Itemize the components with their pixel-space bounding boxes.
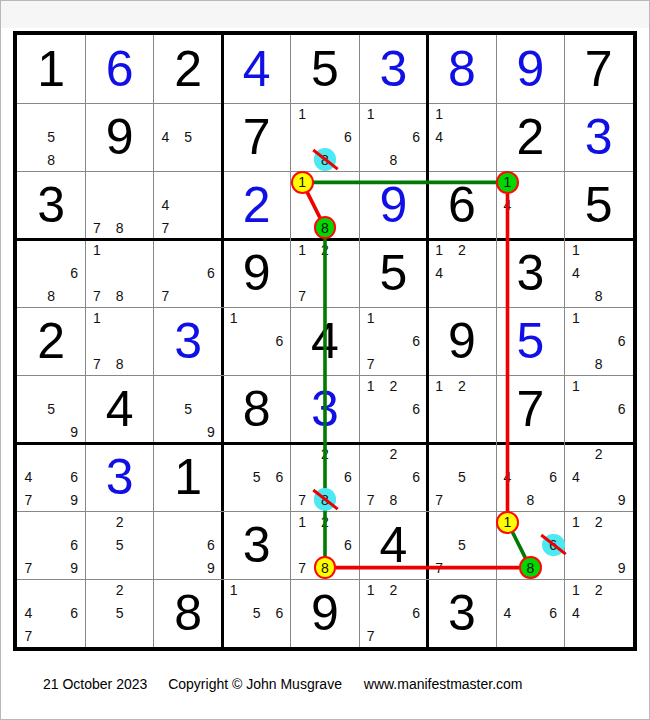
candidate-2: 2	[108, 511, 131, 534]
candidate-1: 1	[496, 511, 519, 534]
cell-r9c3[interactable]: 8	[154, 579, 222, 647]
candidate-9: 9	[63, 488, 86, 511]
given-digit: 3	[222, 511, 290, 579]
candidate-6: 6	[63, 602, 86, 625]
candidate-6: 6	[405, 602, 428, 625]
cell-r7c1[interactable]: 4679	[17, 443, 85, 511]
cell-r3c5[interactable]: 18	[291, 171, 359, 239]
solved-digit: 3	[359, 35, 427, 103]
cell-r5c6[interactable]: 167	[359, 307, 427, 375]
cell-r6c6[interactable]: 126	[359, 375, 427, 443]
candidate-7: 7	[359, 488, 382, 511]
cell-r5c3[interactable]: 3	[154, 307, 222, 375]
solved-digit: 3	[565, 103, 633, 171]
cell-r2c1[interactable]: 58	[17, 103, 85, 171]
cell-r2c2[interactable]: 9	[85, 103, 153, 171]
given-digit: 6	[428, 171, 496, 239]
candidate-7: 7	[85, 284, 108, 307]
candidate-5: 5	[177, 126, 200, 149]
cell-r2c5[interactable]: 168	[291, 103, 359, 171]
cell-r2c9[interactable]: 3	[565, 103, 633, 171]
cell-r9c1[interactable]: 467	[17, 579, 85, 647]
cell-r4c5[interactable]: 127	[291, 239, 359, 307]
cell-r1c8[interactable]: 9	[496, 35, 564, 103]
candidate-7: 7	[291, 556, 314, 579]
solved-digit: 3	[85, 443, 153, 511]
candidate-7: 7	[291, 488, 314, 511]
cell-r4c4[interactable]: 9	[222, 239, 290, 307]
given-digit: 2	[17, 307, 85, 375]
cell-r7c7[interactable]: 57	[428, 443, 496, 511]
candidate-5: 5	[245, 602, 268, 625]
candidate-6: 6	[610, 330, 633, 353]
candidate-1: 1	[359, 375, 382, 398]
cell-r4c1[interactable]: 68	[17, 239, 85, 307]
candidate-6: 6	[200, 262, 223, 285]
cell-r6c9[interactable]: 16	[565, 375, 633, 443]
cell-r9c7[interactable]: 3	[428, 579, 496, 647]
cell-r3c7[interactable]: 6	[428, 171, 496, 239]
candidate-9: 9	[63, 420, 86, 443]
candidate-2: 2	[587, 511, 610, 534]
candidate-1: 1	[565, 307, 588, 330]
given-digit: 5	[565, 171, 633, 239]
candidate-2: 2	[587, 579, 610, 602]
candidate-7: 7	[291, 284, 314, 307]
candidate-8: 8	[40, 284, 63, 307]
candidate-1: 1	[222, 579, 245, 602]
cell-r9c5[interactable]: 9	[291, 579, 359, 647]
candidate-2: 2	[314, 511, 337, 534]
candidate-5: 5	[450, 534, 473, 557]
cell-r4c6[interactable]: 5	[359, 239, 427, 307]
given-digit: 2	[496, 103, 564, 171]
candidate-8: 8	[314, 216, 337, 239]
candidate-1: 1	[565, 239, 588, 262]
cell-r8c8[interactable]: 168	[496, 511, 564, 579]
candidate-5: 5	[450, 466, 473, 489]
cell-r8c6[interactable]: 4	[359, 511, 427, 579]
solved-digit: 3	[291, 375, 359, 443]
given-digit: 4	[85, 375, 153, 443]
candidate-8: 8	[108, 216, 131, 239]
candidate-8: 8	[587, 352, 610, 375]
grid-line-v	[496, 35, 497, 647]
given-digit: 7	[565, 35, 633, 103]
candidate-1: 1	[565, 511, 588, 534]
cell-r6c4[interactable]: 8	[222, 375, 290, 443]
candidate-6: 6	[200, 534, 223, 557]
candidate-4: 4	[154, 194, 177, 217]
cell-r4c3[interactable]: 67	[154, 239, 222, 307]
cell-r5c8[interactable]: 5	[496, 307, 564, 375]
candidate-1: 1	[496, 171, 519, 194]
candidate-8: 8	[519, 488, 542, 511]
cell-r7c3[interactable]: 1	[154, 443, 222, 511]
grid-line-v	[426, 35, 429, 647]
candidate-2: 2	[450, 375, 473, 398]
footer: 21 October 2023 Copyright © John Musgrav…	[43, 676, 523, 692]
candidate-4: 4	[428, 262, 451, 285]
candidate-2: 2	[314, 239, 337, 262]
candidate-7: 7	[154, 284, 177, 307]
given-digit: 7	[496, 375, 564, 443]
cell-r2c4[interactable]: 7	[222, 103, 290, 171]
grid-line-v	[290, 35, 291, 647]
cell-r5c5[interactable]: 4	[291, 307, 359, 375]
cell-r6c8[interactable]: 7	[496, 375, 564, 443]
candidate-6: 6	[268, 466, 291, 489]
candidate-4: 4	[428, 126, 451, 149]
given-digit: 5	[359, 239, 427, 307]
given-digit: 4	[291, 307, 359, 375]
candidate-6: 6	[542, 466, 565, 489]
candidate-6: 6	[336, 126, 359, 149]
cell-r6c3[interactable]: 59	[154, 375, 222, 443]
cell-r3c2[interactable]: 78	[85, 171, 153, 239]
candidate-6: 6	[336, 466, 359, 489]
given-digit: 4	[359, 511, 427, 579]
candidate-6: 6	[610, 398, 633, 421]
cell-r4c8[interactable]: 3	[496, 239, 564, 307]
candidate-4: 4	[17, 466, 40, 489]
candidate-4: 4	[565, 466, 588, 489]
candidate-4: 4	[17, 602, 40, 625]
given-digit: 9	[85, 103, 153, 171]
candidate-7: 7	[359, 624, 382, 647]
cell-r9c2[interactable]: 25	[85, 579, 153, 647]
cell-r9c4[interactable]: 156	[222, 579, 290, 647]
cell-r7c5[interactable]: 2678	[291, 443, 359, 511]
candidate-8: 8	[314, 488, 337, 511]
candidate-2: 2	[382, 579, 405, 602]
solved-digit: 4	[222, 35, 290, 103]
cell-r1c9[interactable]: 7	[565, 35, 633, 103]
candidate-2: 2	[314, 443, 337, 466]
candidate-1: 1	[428, 375, 451, 398]
grid-line-v	[359, 35, 360, 647]
candidate-4: 4	[496, 466, 519, 489]
candidate-6: 6	[405, 330, 428, 353]
cell-r3c1[interactable]: 3	[17, 171, 85, 239]
solved-digit: 3	[154, 307, 222, 375]
candidate-7: 7	[359, 352, 382, 375]
sudoku-board: 1624538975894571681681423378472189614568…	[13, 31, 637, 651]
cell-r8c1[interactable]: 679	[17, 511, 85, 579]
cell-r2c3[interactable]: 45	[154, 103, 222, 171]
footer-website: www.manifestmaster.com	[364, 676, 523, 692]
candidate-4: 4	[154, 126, 177, 149]
candidate-5: 5	[108, 534, 131, 557]
candidate-7: 7	[17, 556, 40, 579]
cell-r7c6[interactable]: 2678	[359, 443, 427, 511]
candidate-6: 6	[336, 534, 359, 557]
candidate-4: 4	[565, 262, 588, 285]
candidate-8: 8	[382, 488, 405, 511]
given-digit: 1	[154, 443, 222, 511]
given-digit: 9	[291, 579, 359, 647]
cell-r5c7[interactable]: 9	[428, 307, 496, 375]
candidate-5: 5	[245, 466, 268, 489]
cell-r4c9[interactable]: 148	[565, 239, 633, 307]
candidate-6: 6	[405, 398, 428, 421]
candidate-1: 1	[359, 307, 382, 330]
cell-r6c5[interactable]: 3	[291, 375, 359, 443]
cell-r8c5[interactable]: 12678	[291, 511, 359, 579]
page: 1624538975894571681681423378472189614568…	[0, 0, 650, 720]
cell-r7c9[interactable]: 249	[565, 443, 633, 511]
solved-digit: 2	[222, 171, 290, 239]
candidate-7: 7	[17, 488, 40, 511]
grid-line-v	[153, 35, 154, 647]
candidate-6: 6	[268, 330, 291, 353]
candidate-7: 7	[17, 624, 40, 647]
candidate-9: 9	[610, 556, 633, 579]
cell-r2c7[interactable]: 14	[428, 103, 496, 171]
cell-r2c8[interactable]: 2	[496, 103, 564, 171]
solved-digit: 8	[428, 35, 496, 103]
candidate-2: 2	[108, 579, 131, 602]
cell-r1c4[interactable]: 4	[222, 35, 290, 103]
candidate-2: 2	[587, 443, 610, 466]
footer-copyright: Copyright © John Musgrave	[168, 676, 342, 692]
top-strip	[1, 1, 649, 28]
candidate-7: 7	[428, 556, 451, 579]
candidate-1: 1	[428, 103, 451, 126]
cell-r6c1[interactable]: 59	[17, 375, 85, 443]
candidate-9: 9	[200, 556, 223, 579]
cell-r8c3[interactable]: 69	[154, 511, 222, 579]
candidate-1: 1	[291, 511, 314, 534]
cell-r8c2[interactable]: 25	[85, 511, 153, 579]
given-digit: 7	[222, 103, 290, 171]
given-digit: 1	[17, 35, 85, 103]
cell-r5c4[interactable]: 16	[222, 307, 290, 375]
cell-r8c7[interactable]: 57	[428, 511, 496, 579]
cell-r7c4[interactable]: 56	[222, 443, 290, 511]
candidate-8: 8	[519, 556, 542, 579]
grid-line-h	[17, 442, 633, 445]
cell-r2c6[interactable]: 168	[359, 103, 427, 171]
candidate-7: 7	[85, 216, 108, 239]
given-digit: 8	[222, 375, 290, 443]
candidate-6: 6	[405, 126, 428, 149]
cell-r9c8[interactable]: 46	[496, 579, 564, 647]
cell-r5c2[interactable]: 178	[85, 307, 153, 375]
cell-r9c6[interactable]: 1267	[359, 579, 427, 647]
candidate-9: 9	[63, 556, 86, 579]
cell-r5c9[interactable]: 168	[565, 307, 633, 375]
cell-r3c6[interactable]: 9	[359, 171, 427, 239]
solved-digit: 5	[496, 307, 564, 375]
cell-r7c2[interactable]: 3	[85, 443, 153, 511]
cell-r1c7[interactable]: 8	[428, 35, 496, 103]
footer-date: 21 October 2023	[43, 676, 147, 692]
candidate-7: 7	[85, 352, 108, 375]
cell-r4c7[interactable]: 124	[428, 239, 496, 307]
grid-line-h	[17, 375, 633, 376]
cell-r1c2[interactable]: 6	[85, 35, 153, 103]
candidate-1: 1	[359, 579, 382, 602]
candidate-4: 4	[565, 602, 588, 625]
candidate-5: 5	[40, 398, 63, 421]
cell-r8c9[interactable]: 129	[565, 511, 633, 579]
candidate-1: 1	[291, 171, 314, 194]
cell-r6c2[interactable]: 4	[85, 375, 153, 443]
candidate-1: 1	[428, 239, 451, 262]
solved-digit: 9	[359, 171, 427, 239]
candidate-6: 6	[63, 262, 86, 285]
cell-r1c1[interactable]: 1	[17, 35, 85, 103]
cell-r3c9[interactable]: 5	[565, 171, 633, 239]
cell-r4c2[interactable]: 178	[85, 239, 153, 307]
grid-line-h	[17, 103, 633, 104]
cell-r5c1[interactable]: 2	[17, 307, 85, 375]
candidate-4: 4	[496, 602, 519, 625]
candidate-6: 6	[405, 466, 428, 489]
grid-line-v	[85, 35, 86, 647]
candidate-1: 1	[85, 307, 108, 330]
candidate-2: 2	[382, 375, 405, 398]
cell-r1c5[interactable]: 5	[291, 35, 359, 103]
candidate-8: 8	[314, 556, 337, 579]
solved-digit: 6	[85, 35, 153, 103]
given-digit: 2	[154, 35, 222, 103]
candidate-2: 2	[450, 239, 473, 262]
candidate-9: 9	[610, 488, 633, 511]
candidate-8: 8	[382, 148, 405, 171]
candidate-8: 8	[314, 148, 337, 171]
candidate-1: 1	[565, 579, 588, 602]
candidate-5: 5	[40, 126, 63, 149]
candidate-1: 1	[222, 307, 245, 330]
candidate-1: 1	[291, 239, 314, 262]
candidate-7: 7	[154, 216, 177, 239]
cell-r3c8[interactable]: 14	[496, 171, 564, 239]
candidate-5: 5	[177, 398, 200, 421]
candidate-8: 8	[587, 284, 610, 307]
candidate-2: 2	[382, 443, 405, 466]
candidate-1: 1	[85, 239, 108, 262]
grid-line-v	[221, 35, 224, 647]
candidate-6: 6	[542, 534, 565, 557]
grid-line-h	[17, 307, 633, 308]
candidate-6: 6	[63, 534, 86, 557]
candidate-6: 6	[63, 466, 86, 489]
cell-r6c7[interactable]: 12	[428, 375, 496, 443]
given-digit: 3	[496, 239, 564, 307]
given-digit: 5	[291, 35, 359, 103]
candidate-8: 8	[108, 284, 131, 307]
cell-r3c4[interactable]: 2	[222, 171, 290, 239]
candidate-1: 1	[565, 375, 588, 398]
candidate-9: 9	[200, 420, 223, 443]
candidate-7: 7	[428, 488, 451, 511]
given-digit: 8	[154, 579, 222, 647]
solved-digit: 9	[496, 35, 564, 103]
given-digit: 3	[17, 171, 85, 239]
cell-r3c3[interactable]: 47	[154, 171, 222, 239]
cell-r1c3[interactable]: 2	[154, 35, 222, 103]
given-digit: 9	[222, 239, 290, 307]
cell-r1c6[interactable]: 3	[359, 35, 427, 103]
cell-r7c8[interactable]: 468	[496, 443, 564, 511]
cell-r9c9[interactable]: 124	[565, 579, 633, 647]
candidate-1: 1	[291, 103, 314, 126]
candidate-4: 4	[496, 194, 519, 217]
candidate-8: 8	[108, 352, 131, 375]
candidate-8: 8	[40, 148, 63, 171]
candidate-1: 1	[359, 103, 382, 126]
candidate-5: 5	[108, 602, 131, 625]
given-digit: 3	[428, 579, 496, 647]
cell-r8c4[interactable]: 3	[222, 511, 290, 579]
candidate-6: 6	[542, 602, 565, 625]
candidate-6: 6	[268, 602, 291, 625]
given-digit: 9	[428, 307, 496, 375]
